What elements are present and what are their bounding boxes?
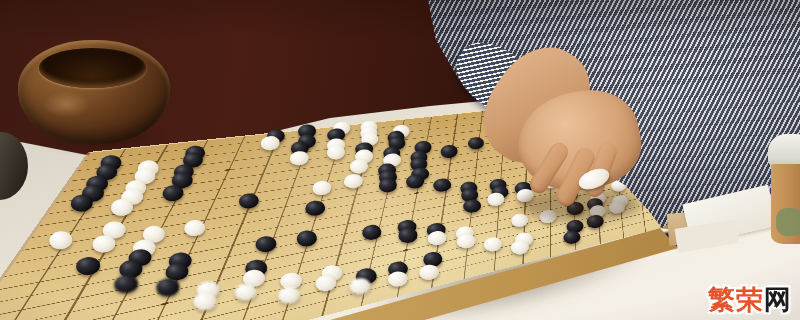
hoshi-point	[160, 301, 170, 305]
watermark-suffix-text: 网	[764, 285, 792, 315]
bowl-opening	[39, 48, 145, 88]
hoshi-point	[403, 249, 409, 252]
bowl-highlight	[33, 86, 100, 123]
go-stone-bowl	[18, 40, 170, 144]
watermark: 繁荣网	[708, 287, 792, 314]
photo-go-game-scene: { "game": "go (weiqi)", "board_size": 19…	[0, 0, 800, 320]
cup-lid	[768, 134, 800, 168]
cup-label	[776, 208, 800, 236]
hoshi-point	[414, 192, 420, 195]
paper-cup	[768, 134, 800, 244]
hoshi-point	[224, 169, 232, 172]
watermark-accent-text: 繁荣	[708, 285, 764, 315]
